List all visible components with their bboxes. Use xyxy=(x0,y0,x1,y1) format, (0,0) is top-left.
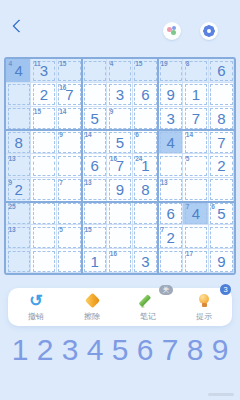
top-bar xyxy=(0,0,240,50)
eraser-icon xyxy=(84,293,100,309)
cage-sum: 16 xyxy=(110,250,117,257)
cell-r1c1[interactable]: 2 xyxy=(31,83,56,107)
cell-r4c5[interactable]: 124 xyxy=(133,154,158,178)
cage-sum: 8 xyxy=(186,60,190,67)
cage-sum: 5 xyxy=(59,226,63,233)
toolbar: ↺ 撤销 擦除 关 笔记 3 提示 xyxy=(8,288,232,326)
cell-r2c8[interactable]: 8 xyxy=(209,107,234,131)
cage-sum: 15 xyxy=(34,108,41,115)
cage-sum: 6 xyxy=(135,131,139,138)
cell-r6c2[interactable] xyxy=(57,202,82,226)
cell-r5c5[interactable]: 8 xyxy=(133,178,158,202)
cell-r1c8[interactable] xyxy=(209,83,234,107)
cell-r2c2[interactable]: 14 xyxy=(57,107,82,131)
cell-r8c1[interactable] xyxy=(31,249,56,273)
numpad-1[interactable]: 1 xyxy=(9,332,31,368)
cell-r2c5[interactable] xyxy=(133,107,158,131)
cell-r3c4[interactable]: 5 xyxy=(107,130,132,154)
erase-button[interactable]: 擦除 xyxy=(67,291,117,323)
hint-button[interactable]: 3 提示 xyxy=(179,291,229,323)
undo-label: 撤销 xyxy=(28,311,44,322)
numpad-5[interactable]: 5 xyxy=(109,332,131,368)
cage-sum: 17 xyxy=(186,250,193,257)
numpad-9[interactable]: 9 xyxy=(209,332,231,368)
cage-sum: 16 xyxy=(110,155,117,162)
cage-sum: 9 xyxy=(110,108,114,115)
cell-r0c0[interactable]: 44 xyxy=(6,59,31,83)
cell-r6c5[interactable] xyxy=(133,202,158,226)
cell-r0c4[interactable]: 4 xyxy=(107,59,132,83)
cell-r0c7[interactable]: 8 xyxy=(183,59,208,83)
pencil-icon xyxy=(140,293,156,309)
cell-r8c4[interactable]: 16 xyxy=(107,249,132,273)
cell-r8c2[interactable] xyxy=(57,249,82,273)
cage-sum: 14 xyxy=(59,108,66,115)
cell-r3c0[interactable]: 8 xyxy=(6,130,31,154)
cell-r3c2[interactable]: 9 xyxy=(57,130,82,154)
cell-r3c3[interactable]: 14 xyxy=(82,130,107,154)
sudoku-board: 4431115415198627163691151459378891456414… xyxy=(4,57,236,275)
settings-button[interactable] xyxy=(200,22,218,40)
erase-label: 擦除 xyxy=(84,311,100,322)
cell-r1c2[interactable]: 716 xyxy=(57,83,82,107)
cell-r2c6[interactable]: 3 xyxy=(158,107,183,131)
cell-r5c4[interactable]: 9 xyxy=(107,178,132,202)
back-button[interactable] xyxy=(10,18,26,34)
cell-r7c2[interactable]: 5 xyxy=(57,225,82,249)
cell-r1c7[interactable]: 1 xyxy=(183,83,208,107)
gear-icon xyxy=(203,25,215,37)
cage-sum: 16 xyxy=(59,84,66,91)
numpad-6[interactable]: 6 xyxy=(134,332,156,368)
cage-sum: 13 xyxy=(9,155,16,162)
hint-count-badge: 3 xyxy=(220,284,231,295)
cage-sum: 9 xyxy=(9,179,13,186)
cell-r0c1[interactable]: 311 xyxy=(31,59,56,83)
hint-label: 提示 xyxy=(196,311,212,322)
cage-sum: 15 xyxy=(59,60,66,67)
cell-r1c5[interactable]: 6 xyxy=(133,83,158,107)
cell-r2c0[interactable] xyxy=(6,107,31,131)
numpad-4[interactable]: 4 xyxy=(84,332,106,368)
cell-r7c0[interactable]: 13 xyxy=(6,225,31,249)
bulb-icon xyxy=(196,293,212,309)
cell-r5c3[interactable]: 13 xyxy=(82,178,107,202)
cell-r6c4[interactable] xyxy=(107,202,132,226)
cell-r5c0[interactable]: 29 xyxy=(6,178,31,202)
cell-r5c6[interactable]: 13 xyxy=(158,178,183,202)
cage-sum: 7 xyxy=(186,203,190,210)
cell-r4c0[interactable]: 13 xyxy=(6,154,31,178)
cell-r7c6[interactable]: 27 xyxy=(158,225,183,249)
cell-r2c3[interactable]: 5 xyxy=(82,107,107,131)
cell-r7c5[interactable] xyxy=(133,225,158,249)
theme-button[interactable] xyxy=(163,22,181,40)
cell-r5c2[interactable]: 7 xyxy=(57,178,82,202)
cell-r7c7[interactable] xyxy=(183,225,208,249)
cage-sum: 15 xyxy=(85,226,92,233)
cell-r8c7[interactable]: 17 xyxy=(183,249,208,273)
cage-sum: 15 xyxy=(135,60,142,67)
notes-label: 笔记 xyxy=(140,311,156,322)
cell-r4c3[interactable]: 6 xyxy=(82,154,107,178)
cell-r6c6[interactable]: 6 xyxy=(158,202,183,226)
cell-r7c8[interactable] xyxy=(209,225,234,249)
cell-r7c1[interactable] xyxy=(31,225,56,249)
watermark xyxy=(208,393,234,396)
numpad-2[interactable]: 2 xyxy=(34,332,56,368)
cage-sum: 13 xyxy=(9,226,16,233)
cell-r0c6[interactable]: 19 xyxy=(158,59,183,83)
cell-r8c0[interactable] xyxy=(6,249,31,273)
notes-off-badge: 关 xyxy=(159,285,174,295)
cage-sum: 7 xyxy=(161,226,165,233)
numpad-8[interactable]: 8 xyxy=(184,332,206,368)
cell-r5c7[interactable] xyxy=(183,178,208,202)
notes-button[interactable]: 关 笔记 xyxy=(123,291,173,323)
cage-sum: 5 xyxy=(186,155,190,162)
cell-r7c4[interactable] xyxy=(107,225,132,249)
cage-sum: 6 xyxy=(211,203,215,210)
cell-r6c0[interactable]: 25 xyxy=(6,202,31,226)
cell-r0c2[interactable]: 15 xyxy=(57,59,82,83)
cell-r0c5[interactable]: 15 xyxy=(133,59,158,83)
cell-r8c6[interactable] xyxy=(158,249,183,273)
cell-r4c6[interactable] xyxy=(158,154,183,178)
cell-r1c3[interactable] xyxy=(82,83,107,107)
cell-r1c4[interactable]: 3 xyxy=(107,83,132,107)
cage-sum: 14 xyxy=(186,131,193,138)
undo-button[interactable]: ↺ 撤销 xyxy=(11,291,61,323)
killer-sudoku-screen: 4431115415198627163691151459378891456414… xyxy=(0,0,240,400)
cage-sum: 9 xyxy=(59,131,63,138)
cell-r4c7[interactable]: 5 xyxy=(183,154,208,178)
cell-r4c1[interactable] xyxy=(31,154,56,178)
cell-r7c3[interactable]: 15 xyxy=(82,225,107,249)
cage-sum: 11 xyxy=(34,60,41,67)
cell-r3c6[interactable]: 4 xyxy=(158,130,183,154)
cell-r6c3[interactable] xyxy=(82,202,107,226)
cell-r1c0[interactable] xyxy=(6,83,31,107)
cell-r5c1[interactable] xyxy=(31,178,56,202)
cell-r1c6[interactable]: 9 xyxy=(158,83,183,107)
cell-r6c7[interactable]: 47 xyxy=(183,202,208,226)
cell-r2c7[interactable]: 7 xyxy=(183,107,208,131)
cage-sum: 19 xyxy=(161,60,168,67)
cell-r8c5[interactable]: 3 xyxy=(133,249,158,273)
cell-r8c8[interactable]: 9 xyxy=(209,249,234,273)
cage-sum: 25 xyxy=(9,203,16,210)
cell-r4c8[interactable]: 2 xyxy=(209,154,234,178)
cage-sum: 4 xyxy=(9,60,13,67)
cell-r2c1[interactable]: 15 xyxy=(31,107,56,131)
numpad-3[interactable]: 3 xyxy=(59,332,81,368)
number-pad: 123456789 xyxy=(0,332,240,368)
cage-sum: 7 xyxy=(59,179,63,186)
cell-r3c5[interactable]: 6 xyxy=(133,130,158,154)
cell-r0c3[interactable] xyxy=(82,59,107,83)
cell-r8c3[interactable]: 1 xyxy=(82,249,107,273)
cell-r3c7[interactable]: 14 xyxy=(183,130,208,154)
cell-r6c8[interactable]: 56 xyxy=(209,202,234,226)
cage-sum: 14 xyxy=(85,131,92,138)
cage-sum: 24 xyxy=(135,155,142,162)
cell-r0c8[interactable]: 6 xyxy=(209,59,234,83)
cage-sum: 13 xyxy=(85,179,92,186)
numpad-7[interactable]: 7 xyxy=(159,332,181,368)
cell-r4c4[interactable]: 716 xyxy=(107,154,132,178)
cage-sum: 13 xyxy=(161,179,168,186)
cell-r3c1[interactable] xyxy=(31,130,56,154)
undo-icon: ↺ xyxy=(28,293,44,309)
cell-r4c2[interactable] xyxy=(57,154,82,178)
cell-r5c8[interactable] xyxy=(209,178,234,202)
cell-r2c4[interactable]: 9 xyxy=(107,107,132,131)
cage-sum: 4 xyxy=(110,60,114,67)
cell-r3c8[interactable]: 7 xyxy=(209,130,234,154)
cell-r6c1[interactable] xyxy=(31,202,56,226)
